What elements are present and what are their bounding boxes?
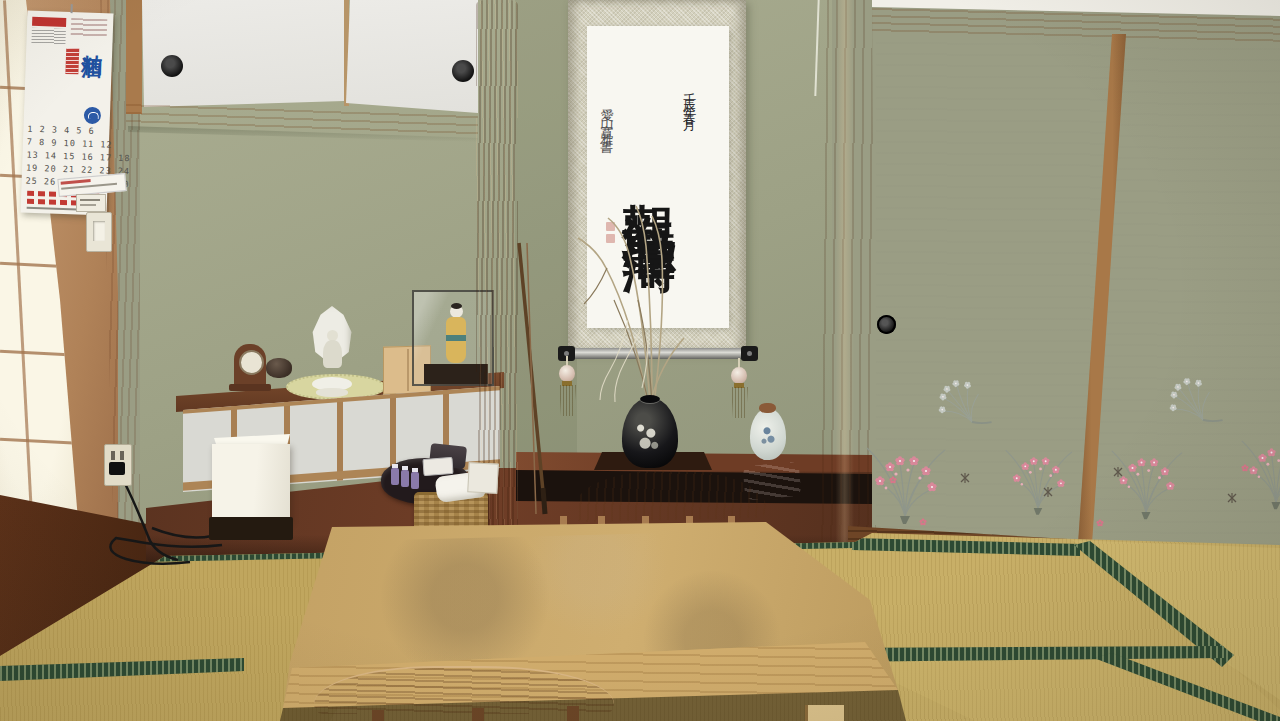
doll-kimono <box>446 317 466 363</box>
tassel-ball <box>559 365 575 382</box>
calendar-red-banner <box>32 17 66 27</box>
buddha-statuette-base <box>316 388 348 397</box>
closet-door-pull-icon <box>161 55 183 77</box>
clock-base <box>229 384 271 391</box>
scroll-calligraphy: 觀海聽濤 <box>620 38 686 330</box>
power-plug <box>109 462 125 475</box>
tassel-ball <box>731 367 747 384</box>
tassel-fringe <box>557 385 578 416</box>
chair-spindle <box>372 710 384 721</box>
small-curio <box>266 358 292 378</box>
buddha-statuette-body <box>323 340 342 368</box>
white-box <box>467 462 499 494</box>
scroll-roller-rod <box>562 348 754 359</box>
calendar-subheader <box>71 18 108 37</box>
name-sign <box>76 194 106 212</box>
closet-frame <box>126 0 142 114</box>
amenity-bottle <box>391 468 399 485</box>
artist-seal <box>606 222 615 231</box>
closet-door-right <box>346 0 478 114</box>
light-switch <box>86 212 112 252</box>
artist-seal <box>606 234 615 243</box>
carved-chair-front <box>312 664 618 721</box>
table-leg <box>805 705 844 721</box>
hanging-calligraphy-scroll: 觀海聽濤 壬辰年春月 愛山寛雅書 <box>566 0 750 420</box>
clock-face <box>239 350 264 375</box>
tassel-fringe <box>729 387 750 418</box>
white-lamp <box>212 444 290 522</box>
closet-door-pull-icon <box>452 60 474 82</box>
white-packet <box>422 457 453 476</box>
calendar-red-label <box>65 48 79 74</box>
closet-door-left <box>142 0 348 108</box>
washitsu-room-photo: 觀海聽濤 壬辰年春月 愛山寛雅書 <box>0 0 1280 721</box>
calendar-blue-badge <box>84 107 102 125</box>
scroll-tassel <box>728 358 752 420</box>
amenity-bottle <box>411 472 419 489</box>
calendar-fine-print <box>31 28 66 45</box>
black-ikebana-vase <box>622 398 678 468</box>
scroll-date-inscription: 壬辰年春月 <box>678 82 698 232</box>
small-ceramic-jar <box>750 408 786 460</box>
amenity-bottle <box>401 470 409 487</box>
fusuma-door-pull-icon <box>877 315 896 334</box>
calendar-brand: 酒粕 <box>78 38 106 105</box>
chair-spindle <box>567 706 579 721</box>
right-wood-pillar <box>818 0 876 548</box>
chair-spindle <box>472 708 484 721</box>
scroll-tassel <box>556 356 580 418</box>
